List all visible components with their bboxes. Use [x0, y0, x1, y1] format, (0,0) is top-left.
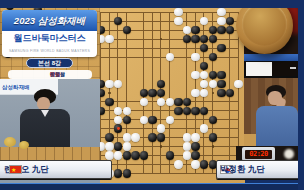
monitor-white-panel: [246, 62, 272, 76]
event-title-card: 2023 삼성화재배 월드바둑마스터스 SAMSUNG FIRE WORLD B…: [2, 10, 97, 57]
player-right-shirt: [256, 106, 298, 148]
top-frame-bar: [0, 0, 304, 8]
clock-display: 02:20: [245, 150, 272, 159]
event-title-line1: 2023 삼성화재배: [2, 10, 97, 31]
right-frame-bar: [298, 0, 304, 190]
background-lamp: [284, 149, 294, 159]
player-left-video: 삼성화재배: [0, 79, 100, 160]
bowl-lid: [242, 2, 287, 46]
china-flag-icon: ★: [9, 165, 22, 174]
player-left-desk-board: [0, 147, 100, 160]
monitor-titlebar: [244, 54, 298, 61]
event-subtitle: SAMSUNG FIRE WORLD BADUK MASTERS: [2, 47, 97, 57]
player-right-name: 박정환 九단: [220, 164, 265, 176]
studio-monitor: [244, 54, 298, 78]
board-gridlines: [83, 12, 239, 174]
player-left-stone-bowl: [4, 137, 16, 147]
left-overlay-panel: 2023 삼성화재배 월드바둑마스터스 SAMSUNG FIRE WORLD B…: [0, 0, 100, 183]
game-clock: 02:20: [242, 147, 275, 161]
event-title-line2: 월드바둑마스터스: [2, 31, 97, 47]
player-right-nameplate: 박정환 九단: [216, 160, 304, 179]
monitor-text-tick: [290, 67, 296, 69]
player-left-nameplate: 롄샤오 九단 ★: [0, 160, 112, 179]
crew-name-2: 박정상: [50, 70, 65, 79]
broadcast-frame: 02:20 2023 삼성화재배 월드바둑마스터스 SAMSUNG FIRE W…: [0, 0, 304, 190]
crew-bar: 진행 문도원 · 해설 박정상: [8, 70, 92, 79]
player-left-stone-bowl: [19, 141, 29, 149]
stage-badge: 본선 8강: [26, 58, 73, 68]
monitor-dark-panel: [272, 62, 298, 76]
bottom-frame-bar: [0, 183, 304, 190]
player-right-video: [244, 78, 304, 148]
